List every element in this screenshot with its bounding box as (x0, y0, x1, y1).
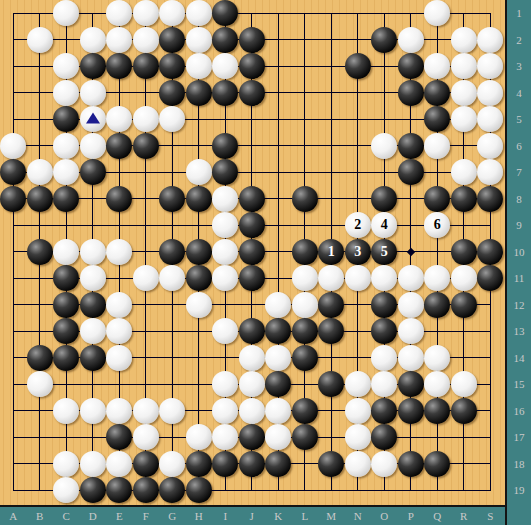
board-point-D8[interactable] (80, 186, 107, 213)
board-point-K19[interactable] (265, 477, 292, 504)
board-point-S2[interactable] (477, 27, 504, 54)
board-point-M2[interactable] (318, 27, 345, 54)
board-point-D12[interactable] (80, 292, 107, 319)
board-point-C1[interactable] (53, 0, 80, 27)
board-point-N1[interactable] (345, 0, 372, 27)
board-point-H1[interactable] (186, 0, 213, 27)
board-point-P15[interactable] (398, 371, 425, 398)
board-point-S15[interactable] (477, 371, 504, 398)
board-point-J7[interactable] (239, 159, 266, 186)
board-point-E12[interactable] (106, 292, 133, 319)
board-point-C19[interactable] (53, 477, 80, 504)
board-point-L4[interactable] (292, 80, 319, 107)
board-point-E2[interactable] (106, 27, 133, 54)
board-point-I11[interactable] (212, 265, 239, 292)
board-point-F12[interactable] (133, 292, 160, 319)
board-point-H9[interactable] (186, 212, 213, 239)
board-point-H17[interactable] (186, 424, 213, 451)
board-point-N5[interactable] (345, 106, 372, 133)
board-point-P10[interactable] (398, 239, 425, 266)
board-point-L13[interactable] (292, 318, 319, 345)
board-point-P6[interactable] (398, 133, 425, 160)
board-point-L7[interactable] (292, 159, 319, 186)
board-point-E15[interactable] (106, 371, 133, 398)
board-point-J12[interactable] (239, 292, 266, 319)
board-point-E3[interactable] (106, 53, 133, 80)
board-point-K14[interactable] (265, 345, 292, 372)
board-point-J3[interactable] (239, 53, 266, 80)
board-point-R13[interactable] (451, 318, 478, 345)
board-point-K15[interactable] (265, 371, 292, 398)
board-point-C14[interactable] (53, 345, 80, 372)
board-point-D1[interactable] (80, 0, 107, 27)
board-point-G6[interactable] (159, 133, 186, 160)
board-point-Q9[interactable]: 6 (424, 212, 451, 239)
board-point-K6[interactable] (265, 133, 292, 160)
board-point-B11[interactable] (27, 265, 54, 292)
board-point-J15[interactable] (239, 371, 266, 398)
board-point-Q6[interactable] (424, 133, 451, 160)
board-point-H18[interactable] (186, 451, 213, 478)
board-point-F7[interactable] (133, 159, 160, 186)
board-point-Q2[interactable] (424, 27, 451, 54)
board-point-S16[interactable] (477, 398, 504, 425)
board-point-S12[interactable] (477, 292, 504, 319)
board-point-O13[interactable] (371, 318, 398, 345)
board-point-R14[interactable] (451, 345, 478, 372)
board-point-K17[interactable] (265, 424, 292, 451)
board-point-E7[interactable] (106, 159, 133, 186)
board-point-I10[interactable] (212, 239, 239, 266)
board-point-E8[interactable] (106, 186, 133, 213)
board-point-N3[interactable] (345, 53, 372, 80)
board-point-Q5[interactable] (424, 106, 451, 133)
board-point-R10[interactable] (451, 239, 478, 266)
board-point-N18[interactable] (345, 451, 372, 478)
board-point-N17[interactable] (345, 424, 372, 451)
board-point-D5[interactable] (80, 106, 107, 133)
board-point-B16[interactable] (27, 398, 54, 425)
board-point-G8[interactable] (159, 186, 186, 213)
board-point-A9[interactable] (0, 212, 27, 239)
board-point-I15[interactable] (212, 371, 239, 398)
board-point-Q7[interactable] (424, 159, 451, 186)
board-point-G3[interactable] (159, 53, 186, 80)
board-point-N4[interactable] (345, 80, 372, 107)
board-point-A11[interactable] (0, 265, 27, 292)
board-point-G11[interactable] (159, 265, 186, 292)
board-point-J19[interactable] (239, 477, 266, 504)
board-point-J1[interactable] (239, 0, 266, 27)
board-point-B4[interactable] (27, 80, 54, 107)
board-point-C4[interactable] (53, 80, 80, 107)
board-point-I6[interactable] (212, 133, 239, 160)
board-point-O2[interactable] (371, 27, 398, 54)
board-point-P2[interactable] (398, 27, 425, 54)
board-point-A16[interactable] (0, 398, 27, 425)
board-point-D14[interactable] (80, 345, 107, 372)
board-point-F10[interactable] (133, 239, 160, 266)
board-point-Q3[interactable] (424, 53, 451, 80)
board-point-F15[interactable] (133, 371, 160, 398)
board-point-S7[interactable] (477, 159, 504, 186)
board-point-S14[interactable] (477, 345, 504, 372)
board-point-I19[interactable] (212, 477, 239, 504)
board-point-G16[interactable] (159, 398, 186, 425)
board-point-H11[interactable] (186, 265, 213, 292)
board-point-M9[interactable] (318, 212, 345, 239)
board-point-S18[interactable] (477, 451, 504, 478)
board-point-F5[interactable] (133, 106, 160, 133)
board-point-N8[interactable] (345, 186, 372, 213)
board-point-D2[interactable] (80, 27, 107, 54)
board-point-H2[interactable] (186, 27, 213, 54)
board-point-A5[interactable] (0, 106, 27, 133)
board-point-A3[interactable] (0, 53, 27, 80)
board-point-S1[interactable] (477, 0, 504, 27)
board-point-L5[interactable] (292, 106, 319, 133)
board-point-L6[interactable] (292, 133, 319, 160)
board-point-P3[interactable] (398, 53, 425, 80)
board-point-B6[interactable] (27, 133, 54, 160)
board-point-F1[interactable] (133, 0, 160, 27)
board-point-I14[interactable] (212, 345, 239, 372)
board-point-H8[interactable] (186, 186, 213, 213)
board-point-D10[interactable] (80, 239, 107, 266)
board-point-B8[interactable] (27, 186, 54, 213)
board-point-J14[interactable] (239, 345, 266, 372)
board-point-D4[interactable] (80, 80, 107, 107)
board-point-O8[interactable] (371, 186, 398, 213)
board-point-S10[interactable] (477, 239, 504, 266)
board-point-M18[interactable] (318, 451, 345, 478)
board-point-R18[interactable] (451, 451, 478, 478)
board-point-B5[interactable] (27, 106, 54, 133)
board-point-H14[interactable] (186, 345, 213, 372)
board-point-S5[interactable] (477, 106, 504, 133)
board-point-N16[interactable] (345, 398, 372, 425)
board-point-H7[interactable] (186, 159, 213, 186)
board-point-C2[interactable] (53, 27, 80, 54)
board-point-B19[interactable] (27, 477, 54, 504)
board-point-B18[interactable] (27, 451, 54, 478)
board-point-D18[interactable] (80, 451, 107, 478)
board-point-H13[interactable] (186, 318, 213, 345)
board-point-E1[interactable] (106, 0, 133, 27)
board-point-O17[interactable] (371, 424, 398, 451)
board-point-F14[interactable] (133, 345, 160, 372)
board-point-L8[interactable] (292, 186, 319, 213)
board-point-B17[interactable] (27, 424, 54, 451)
board-point-I7[interactable] (212, 159, 239, 186)
board-point-Q1[interactable] (424, 0, 451, 27)
board-point-C17[interactable] (53, 424, 80, 451)
board-point-M12[interactable] (318, 292, 345, 319)
board-point-B10[interactable] (27, 239, 54, 266)
board-point-R11[interactable] (451, 265, 478, 292)
board-point-A19[interactable] (0, 477, 27, 504)
board-point-D19[interactable] (80, 477, 107, 504)
board-point-M5[interactable] (318, 106, 345, 133)
board-point-O4[interactable] (371, 80, 398, 107)
board-point-R16[interactable] (451, 398, 478, 425)
board-point-S17[interactable] (477, 424, 504, 451)
board-point-N2[interactable] (345, 27, 372, 54)
board-point-P16[interactable] (398, 398, 425, 425)
board-point-E11[interactable] (106, 265, 133, 292)
board-point-C9[interactable] (53, 212, 80, 239)
board-point-J2[interactable] (239, 27, 266, 54)
board-point-C8[interactable] (53, 186, 80, 213)
board-point-I13[interactable] (212, 318, 239, 345)
board-point-Q13[interactable] (424, 318, 451, 345)
board-point-J9[interactable] (239, 212, 266, 239)
board-point-D15[interactable] (80, 371, 107, 398)
board-point-I12[interactable] (212, 292, 239, 319)
board-point-F9[interactable] (133, 212, 160, 239)
board-point-P8[interactable] (398, 186, 425, 213)
board-point-I8[interactable] (212, 186, 239, 213)
board-point-O10[interactable]: 5 (371, 239, 398, 266)
board-point-D11[interactable] (80, 265, 107, 292)
board-point-G17[interactable] (159, 424, 186, 451)
board-point-O18[interactable] (371, 451, 398, 478)
board-point-N6[interactable] (345, 133, 372, 160)
board-point-M16[interactable] (318, 398, 345, 425)
board-point-R1[interactable] (451, 0, 478, 27)
board-point-D13[interactable] (80, 318, 107, 345)
board-point-C7[interactable] (53, 159, 80, 186)
board-point-O9[interactable]: 4 (371, 212, 398, 239)
board-point-J5[interactable] (239, 106, 266, 133)
board-point-M8[interactable] (318, 186, 345, 213)
board-point-A6[interactable] (0, 133, 27, 160)
board-point-G14[interactable] (159, 345, 186, 372)
board-point-S19[interactable] (477, 477, 504, 504)
board-point-N15[interactable] (345, 371, 372, 398)
board-point-A8[interactable] (0, 186, 27, 213)
board-point-B13[interactable] (27, 318, 54, 345)
board-point-Q16[interactable] (424, 398, 451, 425)
board-point-K8[interactable] (265, 186, 292, 213)
board-point-B14[interactable] (27, 345, 54, 372)
board-point-H5[interactable] (186, 106, 213, 133)
board-point-M13[interactable] (318, 318, 345, 345)
board-point-C5[interactable] (53, 106, 80, 133)
board-point-R15[interactable] (451, 371, 478, 398)
board-point-G7[interactable] (159, 159, 186, 186)
board-point-R17[interactable] (451, 424, 478, 451)
board-point-L12[interactable] (292, 292, 319, 319)
board-point-N9[interactable]: 2 (345, 212, 372, 239)
board-point-P19[interactable] (398, 477, 425, 504)
board-point-K11[interactable] (265, 265, 292, 292)
board-point-O14[interactable] (371, 345, 398, 372)
board-point-E9[interactable] (106, 212, 133, 239)
board-point-K5[interactable] (265, 106, 292, 133)
board-point-G13[interactable] (159, 318, 186, 345)
board-point-I4[interactable] (212, 80, 239, 107)
board-point-L11[interactable] (292, 265, 319, 292)
board-point-P7[interactable] (398, 159, 425, 186)
board-point-F3[interactable] (133, 53, 160, 80)
board-point-K3[interactable] (265, 53, 292, 80)
board-point-D6[interactable] (80, 133, 107, 160)
board-point-P5[interactable] (398, 106, 425, 133)
board-point-L15[interactable] (292, 371, 319, 398)
board-point-E17[interactable] (106, 424, 133, 451)
board-point-M11[interactable] (318, 265, 345, 292)
board-point-L14[interactable] (292, 345, 319, 372)
board-point-B3[interactable] (27, 53, 54, 80)
board-point-Q19[interactable] (424, 477, 451, 504)
board-point-E13[interactable] (106, 318, 133, 345)
board-point-R2[interactable] (451, 27, 478, 54)
board-point-J13[interactable] (239, 318, 266, 345)
board-point-B2[interactable] (27, 27, 54, 54)
board-point-G2[interactable] (159, 27, 186, 54)
board-point-I1[interactable] (212, 0, 239, 27)
board-point-P11[interactable] (398, 265, 425, 292)
board-point-K7[interactable] (265, 159, 292, 186)
board-point-L18[interactable] (292, 451, 319, 478)
board-point-R5[interactable] (451, 106, 478, 133)
board-point-H15[interactable] (186, 371, 213, 398)
board-point-I17[interactable] (212, 424, 239, 451)
board-point-H19[interactable] (186, 477, 213, 504)
board-point-C13[interactable] (53, 318, 80, 345)
board-point-G10[interactable] (159, 239, 186, 266)
board-point-F4[interactable] (133, 80, 160, 107)
board-point-E10[interactable] (106, 239, 133, 266)
board-point-G19[interactable] (159, 477, 186, 504)
board-point-R19[interactable] (451, 477, 478, 504)
board-point-L9[interactable] (292, 212, 319, 239)
board-point-P12[interactable] (398, 292, 425, 319)
board-point-A18[interactable] (0, 451, 27, 478)
board-point-O11[interactable] (371, 265, 398, 292)
board-point-L17[interactable] (292, 424, 319, 451)
board-point-F18[interactable] (133, 451, 160, 478)
board-point-L2[interactable] (292, 27, 319, 54)
board-point-J17[interactable] (239, 424, 266, 451)
board-point-L1[interactable] (292, 0, 319, 27)
board-point-K9[interactable] (265, 212, 292, 239)
board-point-G12[interactable] (159, 292, 186, 319)
board-point-H6[interactable] (186, 133, 213, 160)
board-point-I9[interactable] (212, 212, 239, 239)
board-point-P9[interactable] (398, 212, 425, 239)
board-point-E16[interactable] (106, 398, 133, 425)
board-point-E18[interactable] (106, 451, 133, 478)
board-point-D16[interactable] (80, 398, 107, 425)
board-point-C10[interactable] (53, 239, 80, 266)
board-point-Q12[interactable] (424, 292, 451, 319)
board-point-C11[interactable] (53, 265, 80, 292)
board-point-F2[interactable] (133, 27, 160, 54)
board-point-A2[interactable] (0, 27, 27, 54)
board-point-O5[interactable] (371, 106, 398, 133)
board-point-O7[interactable] (371, 159, 398, 186)
board-point-A1[interactable] (0, 0, 27, 27)
board-point-C6[interactable] (53, 133, 80, 160)
board-point-N12[interactable] (345, 292, 372, 319)
board-point-K13[interactable] (265, 318, 292, 345)
board-point-N13[interactable] (345, 318, 372, 345)
board-point-B12[interactable] (27, 292, 54, 319)
board-point-I5[interactable] (212, 106, 239, 133)
board-point-R6[interactable] (451, 133, 478, 160)
board-point-A14[interactable] (0, 345, 27, 372)
board-point-Q10[interactable] (424, 239, 451, 266)
board-point-H10[interactable] (186, 239, 213, 266)
board-point-B9[interactable] (27, 212, 54, 239)
board-point-G15[interactable] (159, 371, 186, 398)
board-point-M10[interactable]: 1 (318, 239, 345, 266)
board-point-S13[interactable] (477, 318, 504, 345)
board-point-K10[interactable] (265, 239, 292, 266)
board-point-J4[interactable] (239, 80, 266, 107)
board-point-C12[interactable] (53, 292, 80, 319)
board-point-O16[interactable] (371, 398, 398, 425)
board-point-G4[interactable] (159, 80, 186, 107)
board-point-A17[interactable] (0, 424, 27, 451)
board-point-S3[interactable] (477, 53, 504, 80)
board-point-M3[interactable] (318, 53, 345, 80)
board-point-B7[interactable] (27, 159, 54, 186)
board-point-O12[interactable] (371, 292, 398, 319)
board-point-B15[interactable] (27, 371, 54, 398)
board-point-N10[interactable]: 3 (345, 239, 372, 266)
board-point-F11[interactable] (133, 265, 160, 292)
board-point-K18[interactable] (265, 451, 292, 478)
board-point-M15[interactable] (318, 371, 345, 398)
board-point-M14[interactable] (318, 345, 345, 372)
board-point-H3[interactable] (186, 53, 213, 80)
board-point-E4[interactable] (106, 80, 133, 107)
board-point-J10[interactable] (239, 239, 266, 266)
board-point-K12[interactable] (265, 292, 292, 319)
board-point-N14[interactable] (345, 345, 372, 372)
board-point-P1[interactable] (398, 0, 425, 27)
board-point-F19[interactable] (133, 477, 160, 504)
board-point-F8[interactable] (133, 186, 160, 213)
board-point-S4[interactable] (477, 80, 504, 107)
board-point-F16[interactable] (133, 398, 160, 425)
board-point-S6[interactable] (477, 133, 504, 160)
board-point-J18[interactable] (239, 451, 266, 478)
board-point-R8[interactable] (451, 186, 478, 213)
board-point-N7[interactable] (345, 159, 372, 186)
board-point-L19[interactable] (292, 477, 319, 504)
board-point-D17[interactable] (80, 424, 107, 451)
board-point-E19[interactable] (106, 477, 133, 504)
board-point-R12[interactable] (451, 292, 478, 319)
board-point-G9[interactable] (159, 212, 186, 239)
board-point-I2[interactable] (212, 27, 239, 54)
board-point-S8[interactable] (477, 186, 504, 213)
board-point-O3[interactable] (371, 53, 398, 80)
board-point-P14[interactable] (398, 345, 425, 372)
board-point-P4[interactable] (398, 80, 425, 107)
board-point-E6[interactable] (106, 133, 133, 160)
board-point-L16[interactable] (292, 398, 319, 425)
board-point-F13[interactable] (133, 318, 160, 345)
board-point-P18[interactable] (398, 451, 425, 478)
board-point-Q15[interactable] (424, 371, 451, 398)
board-point-H16[interactable] (186, 398, 213, 425)
board-point-I16[interactable] (212, 398, 239, 425)
